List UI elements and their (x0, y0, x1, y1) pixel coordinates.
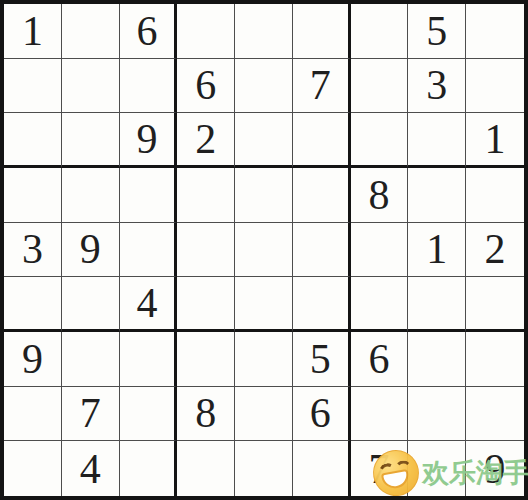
cell-r7c2[interactable] (62, 332, 120, 387)
cell-r5c5[interactable] (235, 223, 293, 278)
cell-r1c8[interactable]: 5 (408, 4, 466, 59)
cell-r2c9[interactable] (466, 59, 524, 114)
cell-r2c4[interactable]: 6 (177, 59, 235, 114)
cell-r5c1[interactable]: 3 (4, 223, 62, 278)
cell-r4c4[interactable] (177, 168, 235, 223)
cell-r8c8[interactable] (408, 387, 466, 442)
cell-r1c6[interactable] (293, 4, 351, 59)
cell-r5c7[interactable] (351, 223, 409, 278)
cell-r6c7[interactable] (351, 277, 409, 332)
cell-r3c1[interactable] (4, 113, 62, 168)
cell-r1c4[interactable] (177, 4, 235, 59)
cell-r4c3[interactable] (120, 168, 178, 223)
cell-r5c9[interactable]: 2 (466, 223, 524, 278)
cell-r7c4[interactable] (177, 332, 235, 387)
cell-r3c2[interactable] (62, 113, 120, 168)
cell-r8c5[interactable] (235, 387, 293, 442)
sudoku-puzzle-image: 165673921839124956786479 欢乐淘手游 (0, 0, 528, 500)
cell-r7c8[interactable] (408, 332, 466, 387)
cell-r6c8[interactable] (408, 277, 466, 332)
cell-r1c9[interactable] (466, 4, 524, 59)
cell-r9c4[interactable] (177, 441, 235, 496)
cell-r8c2[interactable]: 7 (62, 387, 120, 442)
cell-r7c9[interactable] (466, 332, 524, 387)
cell-r9c2[interactable]: 4 (62, 441, 120, 496)
cell-r4c9[interactable] (466, 168, 524, 223)
cell-r3c6[interactable] (293, 113, 351, 168)
cell-r3c9[interactable]: 1 (466, 113, 524, 168)
cell-r9c9[interactable]: 9 (466, 441, 524, 496)
cell-r7c3[interactable] (120, 332, 178, 387)
cell-r1c2[interactable] (62, 4, 120, 59)
cell-r6c3[interactable]: 4 (120, 277, 178, 332)
sudoku-board: 165673921839124956786479 (0, 0, 528, 500)
cell-r8c1[interactable] (4, 387, 62, 442)
cell-r7c7[interactable]: 6 (351, 332, 409, 387)
cell-r2c5[interactable] (235, 59, 293, 114)
cell-r1c5[interactable] (235, 4, 293, 59)
cell-r6c4[interactable] (177, 277, 235, 332)
cell-r6c2[interactable] (62, 277, 120, 332)
cell-r8c6[interactable]: 6 (293, 387, 351, 442)
cell-r5c2[interactable]: 9 (62, 223, 120, 278)
cell-r4c5[interactable] (235, 168, 293, 223)
cell-r3c5[interactable] (235, 113, 293, 168)
cell-r4c1[interactable] (4, 168, 62, 223)
cell-r8c9[interactable] (466, 387, 524, 442)
cell-r7c1[interactable]: 9 (4, 332, 62, 387)
cell-r5c6[interactable] (293, 223, 351, 278)
cell-r7c5[interactable] (235, 332, 293, 387)
cell-r2c3[interactable] (120, 59, 178, 114)
cell-r9c3[interactable] (120, 441, 178, 496)
cell-r6c6[interactable] (293, 277, 351, 332)
cell-r6c5[interactable] (235, 277, 293, 332)
cell-r9c5[interactable] (235, 441, 293, 496)
cell-r4c2[interactable] (62, 168, 120, 223)
cell-r1c7[interactable] (351, 4, 409, 59)
cell-r9c6[interactable] (293, 441, 351, 496)
cell-r7c6[interactable]: 5 (293, 332, 351, 387)
cell-r8c7[interactable] (351, 387, 409, 442)
cell-r2c6[interactable]: 7 (293, 59, 351, 114)
cell-r9c8[interactable] (408, 441, 466, 496)
cell-r5c4[interactable] (177, 223, 235, 278)
cell-r3c8[interactable] (408, 113, 466, 168)
cell-r3c4[interactable]: 2 (177, 113, 235, 168)
cell-r4c6[interactable] (293, 168, 351, 223)
cell-r2c2[interactable] (62, 59, 120, 114)
cell-r8c3[interactable] (120, 387, 178, 442)
cell-r2c8[interactable]: 3 (408, 59, 466, 114)
cell-r2c1[interactable] (4, 59, 62, 114)
cell-r8c4[interactable]: 8 (177, 387, 235, 442)
cell-r3c3[interactable]: 9 (120, 113, 178, 168)
cell-r1c3[interactable]: 6 (120, 4, 178, 59)
cell-r3c7[interactable] (351, 113, 409, 168)
cell-r5c3[interactable] (120, 223, 178, 278)
cell-r2c7[interactable] (351, 59, 409, 114)
cell-r5c8[interactable]: 1 (408, 223, 466, 278)
cell-r9c7[interactable]: 7 (351, 441, 409, 496)
cell-r4c8[interactable] (408, 168, 466, 223)
cell-r4c7[interactable]: 8 (351, 168, 409, 223)
cell-r9c1[interactable] (4, 441, 62, 496)
cell-r1c1[interactable]: 1 (4, 4, 62, 59)
cell-r6c1[interactable] (4, 277, 62, 332)
cell-r6c9[interactable] (466, 277, 524, 332)
